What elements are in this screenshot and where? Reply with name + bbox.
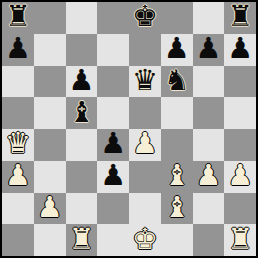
square-h8[interactable]: ♜: [224, 2, 256, 34]
square-e5[interactable]: [129, 97, 161, 129]
square-a4[interactable]: ♛: [2, 129, 34, 161]
square-h1[interactable]: ♜: [224, 224, 256, 256]
square-f3[interactable]: ♝: [161, 161, 193, 193]
square-c1[interactable]: ♜: [66, 224, 98, 256]
square-g1[interactable]: [193, 224, 225, 256]
white-rook-icon[interactable]: ♜: [227, 225, 253, 254]
black-pawn-icon[interactable]: ♟: [68, 66, 94, 95]
square-b4[interactable]: [34, 129, 66, 161]
square-d6[interactable]: [97, 66, 129, 98]
white-bishop-icon[interactable]: ♝: [164, 193, 190, 222]
square-a8[interactable]: ♜: [2, 2, 34, 34]
white-pawn-icon[interactable]: ♟: [37, 193, 63, 222]
square-f2[interactable]: ♝: [161, 193, 193, 225]
square-g2[interactable]: [193, 193, 225, 225]
black-rook-icon[interactable]: ♜: [5, 2, 31, 31]
white-pawn-icon[interactable]: ♟: [227, 161, 253, 190]
square-a6[interactable]: [2, 66, 34, 98]
square-f7[interactable]: ♟: [161, 34, 193, 66]
square-a1[interactable]: [2, 224, 34, 256]
square-c7[interactable]: [66, 34, 98, 66]
square-b8[interactable]: [34, 2, 66, 34]
black-bishop-icon[interactable]: ♝: [68, 98, 94, 127]
chess-board: ♜♚♜♟♟♟♟♟♛♞♝♛♟♟♟♟♝♟♟♟♝♜♚♜: [0, 0, 258, 258]
square-f6[interactable]: ♞: [161, 66, 193, 98]
square-f8[interactable]: [161, 2, 193, 34]
square-g3[interactable]: ♟: [193, 161, 225, 193]
square-g6[interactable]: [193, 66, 225, 98]
square-h7[interactable]: ♟: [224, 34, 256, 66]
square-g5[interactable]: [193, 97, 225, 129]
white-king-icon[interactable]: ♚: [132, 225, 158, 254]
square-g7[interactable]: ♟: [193, 34, 225, 66]
square-c3[interactable]: [66, 161, 98, 193]
square-d4[interactable]: ♟: [97, 129, 129, 161]
black-queen-icon[interactable]: ♛: [132, 66, 158, 95]
square-g4[interactable]: [193, 129, 225, 161]
square-e2[interactable]: [129, 193, 161, 225]
white-pawn-icon[interactable]: ♟: [132, 129, 158, 158]
white-queen-icon[interactable]: ♛: [5, 129, 31, 158]
square-h6[interactable]: [224, 66, 256, 98]
white-rook-icon[interactable]: ♜: [68, 225, 94, 254]
black-pawn-icon[interactable]: ♟: [195, 34, 221, 63]
square-e7[interactable]: [129, 34, 161, 66]
square-b2[interactable]: ♟: [34, 193, 66, 225]
square-c2[interactable]: [66, 193, 98, 225]
black-pawn-icon[interactable]: ♟: [100, 161, 126, 190]
square-f1[interactable]: [161, 224, 193, 256]
square-d8[interactable]: [97, 2, 129, 34]
square-e6[interactable]: ♛: [129, 66, 161, 98]
square-c6[interactable]: ♟: [66, 66, 98, 98]
square-h4[interactable]: [224, 129, 256, 161]
square-h3[interactable]: ♟: [224, 161, 256, 193]
chess-board-grid: ♜♚♜♟♟♟♟♟♛♞♝♛♟♟♟♟♝♟♟♟♝♜♚♜: [2, 2, 256, 256]
square-d1[interactable]: [97, 224, 129, 256]
square-a5[interactable]: [2, 97, 34, 129]
black-rook-icon[interactable]: ♜: [227, 2, 253, 31]
square-d2[interactable]: [97, 193, 129, 225]
square-c5[interactable]: ♝: [66, 97, 98, 129]
black-pawn-icon[interactable]: ♟: [100, 129, 126, 158]
square-e3[interactable]: [129, 161, 161, 193]
square-b1[interactable]: [34, 224, 66, 256]
square-b3[interactable]: [34, 161, 66, 193]
square-g8[interactable]: [193, 2, 225, 34]
square-e4[interactable]: ♟: [129, 129, 161, 161]
square-d3[interactable]: ♟: [97, 161, 129, 193]
square-b6[interactable]: [34, 66, 66, 98]
white-pawn-icon[interactable]: ♟: [195, 161, 221, 190]
square-h5[interactable]: [224, 97, 256, 129]
square-c4[interactable]: [66, 129, 98, 161]
white-pawn-icon[interactable]: ♟: [5, 161, 31, 190]
square-f4[interactable]: [161, 129, 193, 161]
black-king-icon[interactable]: ♚: [132, 2, 158, 31]
white-bishop-icon[interactable]: ♝: [164, 161, 190, 190]
black-pawn-icon[interactable]: ♟: [164, 34, 190, 63]
square-b7[interactable]: [34, 34, 66, 66]
black-pawn-icon[interactable]: ♟: [227, 34, 253, 63]
black-pawn-icon[interactable]: ♟: [5, 34, 31, 63]
square-e1[interactable]: ♚: [129, 224, 161, 256]
square-a2[interactable]: [2, 193, 34, 225]
square-a3[interactable]: ♟: [2, 161, 34, 193]
square-a7[interactable]: ♟: [2, 34, 34, 66]
square-d5[interactable]: [97, 97, 129, 129]
square-c8[interactable]: [66, 2, 98, 34]
square-e8[interactable]: ♚: [129, 2, 161, 34]
black-knight-icon[interactable]: ♞: [164, 66, 190, 95]
square-f5[interactable]: [161, 97, 193, 129]
square-b5[interactable]: [34, 97, 66, 129]
square-d7[interactable]: [97, 34, 129, 66]
square-h2[interactable]: [224, 193, 256, 225]
